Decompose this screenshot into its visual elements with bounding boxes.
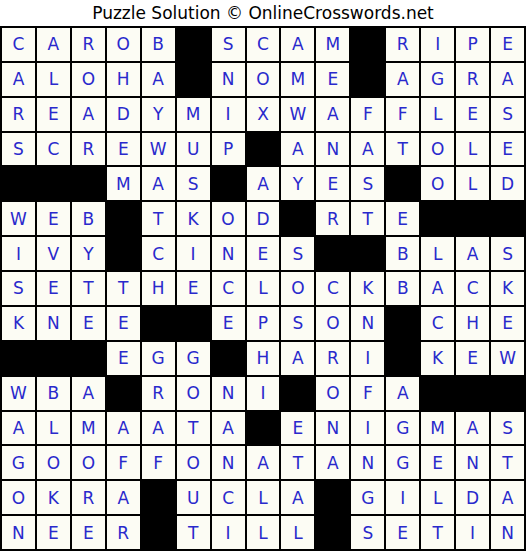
letter-cell: C xyxy=(2,28,35,61)
letter-cell: C xyxy=(316,272,349,305)
letter-cell: K xyxy=(37,481,70,514)
letter-cell: Y xyxy=(142,98,175,131)
letter-cell: O xyxy=(316,377,349,410)
letter-cell: A xyxy=(316,98,349,131)
block-cell xyxy=(456,202,489,235)
letter-cell: I xyxy=(351,342,384,375)
letter-cell: L xyxy=(37,412,70,445)
letter-cell: I xyxy=(212,516,245,549)
letter-cell: E xyxy=(107,342,140,375)
letter-cell: A xyxy=(37,28,70,61)
letter-cell: T xyxy=(142,202,175,235)
letter-cell: M xyxy=(177,98,210,131)
letter-cell: T xyxy=(491,446,524,479)
block-cell xyxy=(316,481,349,514)
letter-cell: E xyxy=(386,202,419,235)
crossword-grid: CAROBSCAMRIPEALOHANOMEAGRAREADYMIXWAFFLE… xyxy=(0,26,526,551)
letter-cell: E xyxy=(456,342,489,375)
letter-cell: S xyxy=(2,272,35,305)
letter-cell: M xyxy=(72,412,105,445)
letter-cell: A xyxy=(2,63,35,96)
letter-cell: I xyxy=(386,481,419,514)
letter-cell: E xyxy=(212,307,245,340)
letter-cell: C xyxy=(421,307,454,340)
letter-cell: R xyxy=(316,202,349,235)
letter-cell: B xyxy=(142,28,175,61)
letter-cell: E xyxy=(491,28,524,61)
letter-cell: N xyxy=(37,307,70,340)
letter-cell: K xyxy=(177,202,210,235)
letter-cell: C xyxy=(456,272,489,305)
letter-cell: O xyxy=(2,481,35,514)
letter-cell: E xyxy=(247,237,280,270)
letter-cell: I xyxy=(2,237,35,270)
letter-cell: L xyxy=(421,481,454,514)
letter-cell: M xyxy=(107,167,140,200)
letter-cell: E xyxy=(37,98,70,131)
letter-cell: B xyxy=(72,202,105,235)
letter-cell: E xyxy=(37,516,70,549)
letter-cell: I xyxy=(351,412,384,445)
letter-cell: B xyxy=(37,377,70,410)
letter-cell: R xyxy=(386,28,419,61)
letter-cell: A xyxy=(456,412,489,445)
letter-cell: B xyxy=(386,272,419,305)
letter-cell: E xyxy=(37,202,70,235)
letter-cell: E xyxy=(316,63,349,96)
letter-cell: E xyxy=(386,516,419,549)
letter-cell: T xyxy=(177,516,210,549)
letter-cell: A xyxy=(351,133,384,166)
letter-cell: A xyxy=(142,167,175,200)
letter-cell: L xyxy=(247,516,280,549)
letter-cell: M xyxy=(421,412,454,445)
letter-cell: F xyxy=(351,377,384,410)
block-cell xyxy=(456,377,489,410)
letter-cell: R xyxy=(72,28,105,61)
letter-cell: B xyxy=(386,237,419,270)
letter-cell: L xyxy=(37,63,70,96)
letter-cell: D xyxy=(107,98,140,131)
letter-cell: U xyxy=(177,481,210,514)
letter-cell: L xyxy=(247,272,280,305)
block-cell xyxy=(386,342,419,375)
letter-cell: A xyxy=(491,63,524,96)
letter-cell: N xyxy=(2,516,35,549)
block-cell xyxy=(316,516,349,549)
letter-cell: D xyxy=(491,167,524,200)
letter-cell: O xyxy=(421,167,454,200)
letter-cell: F xyxy=(142,446,175,479)
block-cell xyxy=(491,202,524,235)
letter-cell: R xyxy=(456,63,489,96)
letter-cell: C xyxy=(247,28,280,61)
letter-cell: S xyxy=(491,237,524,270)
letter-cell: A xyxy=(281,28,314,61)
letter-cell: L xyxy=(421,237,454,270)
letter-cell: L xyxy=(247,481,280,514)
letter-cell: W xyxy=(2,202,35,235)
letter-cell: A xyxy=(386,377,419,410)
block-cell xyxy=(421,202,454,235)
letter-cell: R xyxy=(72,481,105,514)
block-cell xyxy=(142,307,175,340)
block-cell xyxy=(351,28,384,61)
letter-cell: G xyxy=(2,446,35,479)
letter-cell: H xyxy=(456,307,489,340)
block-cell xyxy=(386,167,419,200)
letter-cell: R xyxy=(72,133,105,166)
block-cell xyxy=(2,342,35,375)
letter-cell: A xyxy=(142,412,175,445)
letter-cell: I xyxy=(456,516,489,549)
letter-cell: L xyxy=(456,167,489,200)
letter-cell: E xyxy=(456,98,489,131)
letter-cell: O xyxy=(281,272,314,305)
letter-cell: T xyxy=(281,446,314,479)
letter-cell: S xyxy=(351,516,384,549)
letter-cell: A xyxy=(247,446,280,479)
block-cell xyxy=(247,412,280,445)
letter-cell: A xyxy=(281,342,314,375)
letter-cell: N xyxy=(212,237,245,270)
letter-cell: X xyxy=(247,98,280,131)
letter-cell: C xyxy=(37,133,70,166)
letter-cell: T xyxy=(72,272,105,305)
block-cell xyxy=(107,202,140,235)
block-cell xyxy=(386,307,419,340)
letter-cell: E xyxy=(72,307,105,340)
block-cell xyxy=(37,167,70,200)
block-cell xyxy=(72,342,105,375)
letter-cell: N xyxy=(316,412,349,445)
letter-cell: A xyxy=(72,98,105,131)
letter-cell: M xyxy=(281,63,314,96)
letter-cell: S xyxy=(491,98,524,131)
block-cell xyxy=(421,377,454,410)
letter-cell: F xyxy=(107,446,140,479)
letter-cell: O xyxy=(212,202,245,235)
block-cell xyxy=(316,237,349,270)
letter-cell: K xyxy=(421,342,454,375)
letter-cell: T xyxy=(351,202,384,235)
letter-cell: G xyxy=(142,342,175,375)
letter-cell: I xyxy=(421,28,454,61)
letter-cell: P xyxy=(212,133,245,166)
letter-cell: T xyxy=(421,516,454,549)
letter-cell: F xyxy=(351,98,384,131)
block-cell xyxy=(142,481,175,514)
letter-cell: Y xyxy=(72,237,105,270)
letter-cell: O xyxy=(247,63,280,96)
letter-cell: L xyxy=(281,516,314,549)
block-cell xyxy=(37,342,70,375)
letter-cell: A xyxy=(386,63,419,96)
letter-cell: H xyxy=(247,342,280,375)
block-cell xyxy=(491,377,524,410)
letter-cell: O xyxy=(37,446,70,479)
block-cell xyxy=(177,307,210,340)
letter-cell: A xyxy=(491,481,524,514)
letter-cell: W xyxy=(281,98,314,131)
letter-cell: G xyxy=(351,481,384,514)
letter-cell: A xyxy=(142,63,175,96)
block-cell xyxy=(351,237,384,270)
letter-cell: D xyxy=(247,202,280,235)
letter-cell: S xyxy=(2,133,35,166)
block-cell xyxy=(142,516,175,549)
block-cell xyxy=(107,377,140,410)
letter-cell: U xyxy=(177,133,210,166)
letter-cell: N xyxy=(456,446,489,479)
block-cell xyxy=(351,63,384,96)
letter-cell: G xyxy=(177,342,210,375)
letter-cell: A xyxy=(2,412,35,445)
letter-cell: S xyxy=(212,28,245,61)
letter-cell: E xyxy=(107,133,140,166)
letter-cell: A xyxy=(456,237,489,270)
block-cell xyxy=(212,342,245,375)
letter-cell: R xyxy=(2,98,35,131)
letter-cell: E xyxy=(316,167,349,200)
block-cell xyxy=(281,377,314,410)
letter-cell: O xyxy=(72,446,105,479)
letter-cell: O xyxy=(72,63,105,96)
letter-cell: N xyxy=(212,63,245,96)
letter-cell: A xyxy=(281,133,314,166)
letter-cell: A xyxy=(421,272,454,305)
letter-cell: E xyxy=(491,133,524,166)
letter-cell: N xyxy=(212,377,245,410)
letter-cell: P xyxy=(247,307,280,340)
letter-cell: W xyxy=(142,133,175,166)
letter-cell: E xyxy=(72,516,105,549)
block-cell xyxy=(212,167,245,200)
puzzle-solution-page: Puzzle Solution © OnlineCrosswords.net C… xyxy=(0,0,526,551)
letter-cell: Y xyxy=(281,167,314,200)
letter-cell: D xyxy=(456,481,489,514)
letter-cell: R xyxy=(316,342,349,375)
letter-cell: A xyxy=(212,412,245,445)
letter-cell: E xyxy=(491,307,524,340)
block-cell xyxy=(107,237,140,270)
letter-cell: R xyxy=(142,377,175,410)
letter-cell: N xyxy=(351,307,384,340)
letter-cell: O xyxy=(316,307,349,340)
letter-cell: M xyxy=(316,28,349,61)
letter-cell: H xyxy=(142,272,175,305)
letter-cell: S xyxy=(177,167,210,200)
block-cell xyxy=(177,28,210,61)
letter-cell: G xyxy=(386,412,419,445)
letter-cell: N xyxy=(212,446,245,479)
letter-cell: W xyxy=(2,377,35,410)
letter-cell: N xyxy=(351,446,384,479)
letter-cell: C xyxy=(142,237,175,270)
letter-cell: P xyxy=(456,28,489,61)
letter-cell: T xyxy=(107,272,140,305)
letter-cell: V xyxy=(37,237,70,270)
letter-cell: N xyxy=(491,516,524,549)
block-cell xyxy=(281,202,314,235)
block-cell xyxy=(2,167,35,200)
page-title: Puzzle Solution © OnlineCrosswords.net xyxy=(0,0,526,26)
letter-cell: S xyxy=(491,412,524,445)
letter-cell: O xyxy=(177,446,210,479)
letter-cell: A xyxy=(247,167,280,200)
letter-cell: S xyxy=(351,167,384,200)
letter-cell: G xyxy=(386,446,419,479)
letter-cell: K xyxy=(351,272,384,305)
block-cell xyxy=(247,133,280,166)
letter-cell: S xyxy=(281,307,314,340)
letter-cell: S xyxy=(281,237,314,270)
letter-cell: N xyxy=(316,133,349,166)
letter-cell: O xyxy=(421,133,454,166)
block-cell xyxy=(72,167,105,200)
letter-cell: L xyxy=(421,98,454,131)
letter-cell: C xyxy=(212,272,245,305)
letter-cell: K xyxy=(491,272,524,305)
block-cell xyxy=(177,63,210,96)
letter-cell: E xyxy=(37,272,70,305)
letter-cell: L xyxy=(456,133,489,166)
letter-cell: I xyxy=(247,377,280,410)
letter-cell: E xyxy=(281,412,314,445)
letter-cell: W xyxy=(491,342,524,375)
letter-cell: E xyxy=(107,307,140,340)
letter-cell: O xyxy=(107,28,140,61)
letter-cell: I xyxy=(177,237,210,270)
letter-cell: A xyxy=(316,446,349,479)
letter-cell: G xyxy=(421,63,454,96)
letter-cell: F xyxy=(386,98,419,131)
letter-cell: C xyxy=(212,481,245,514)
letter-cell: A xyxy=(107,412,140,445)
letter-cell: A xyxy=(281,481,314,514)
letter-cell: A xyxy=(72,377,105,410)
letter-cell: E xyxy=(421,446,454,479)
letter-cell: E xyxy=(177,272,210,305)
letter-cell: T xyxy=(177,412,210,445)
letter-cell: K xyxy=(2,307,35,340)
letter-cell: R xyxy=(107,516,140,549)
letter-cell: H xyxy=(107,63,140,96)
letter-cell: O xyxy=(177,377,210,410)
letter-cell: A xyxy=(107,481,140,514)
letter-cell: I xyxy=(212,98,245,131)
letter-cell: T xyxy=(386,133,419,166)
